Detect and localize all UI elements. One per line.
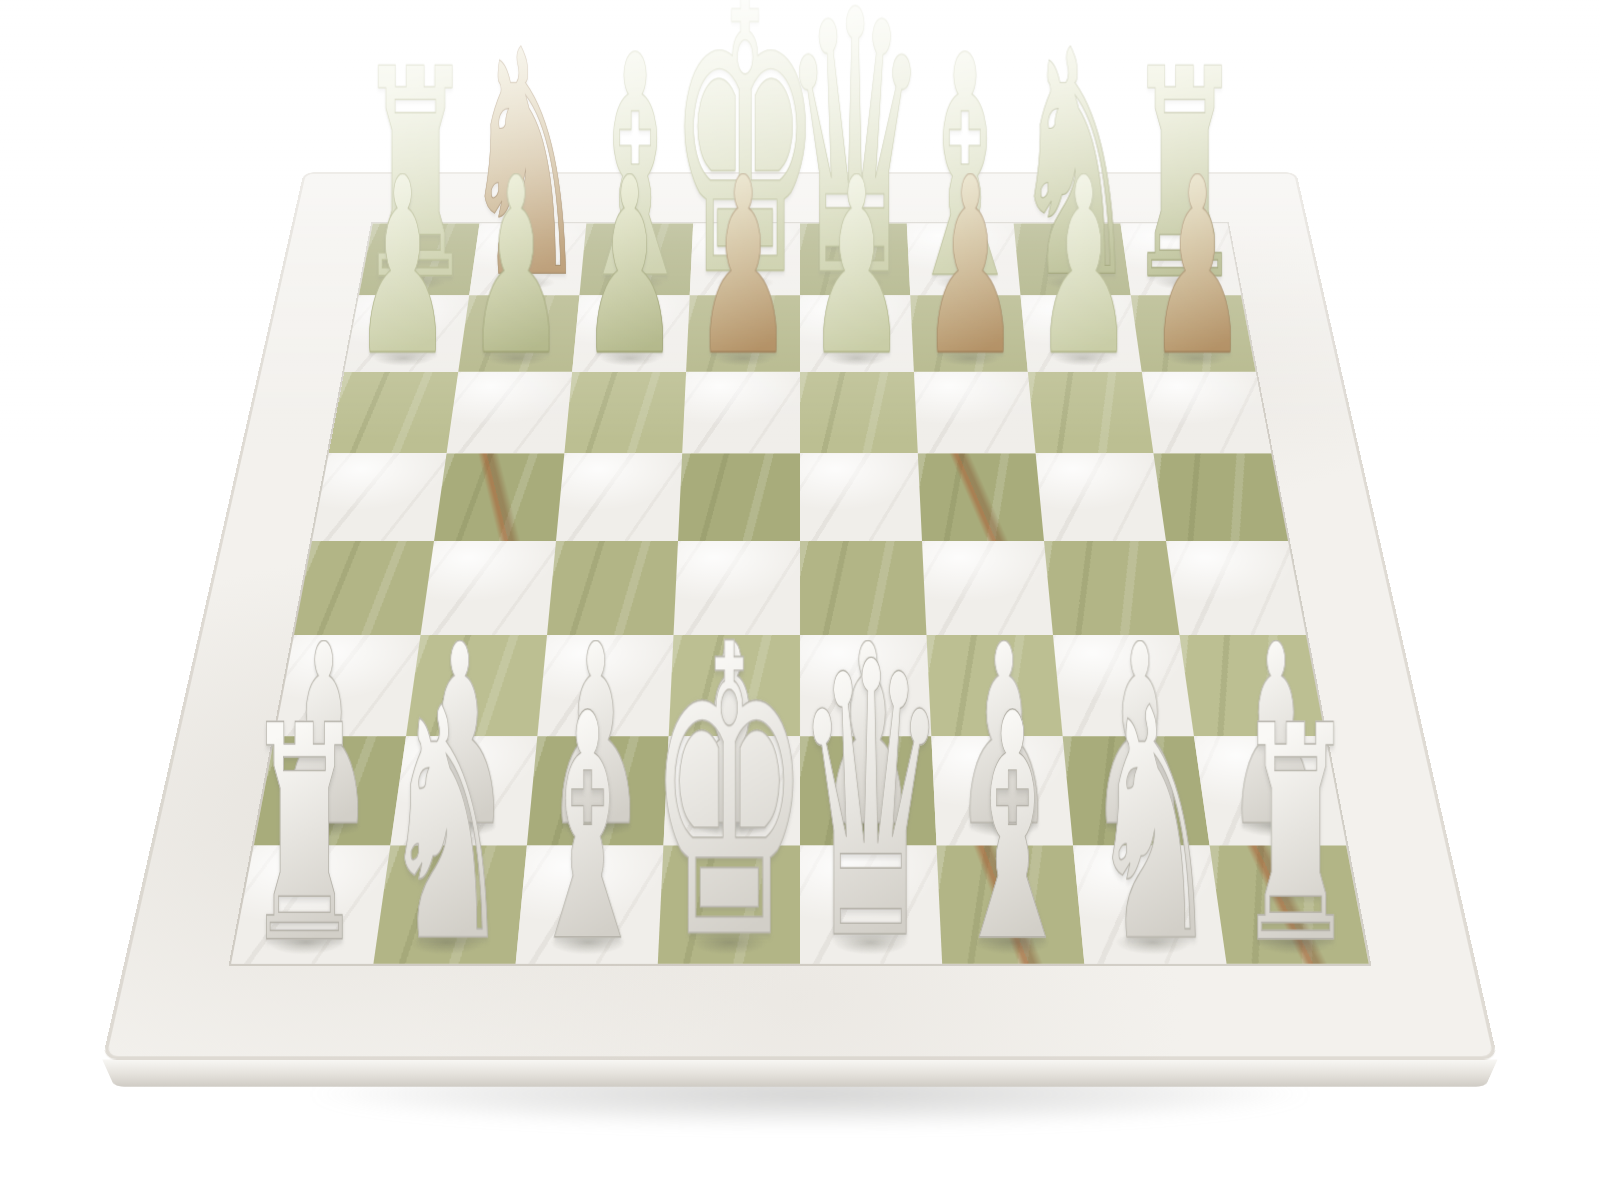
square-h1[interactable]: ♜ (1210, 845, 1369, 963)
square-f7[interactable]: ♟ (910, 295, 1028, 372)
piece-black-pawn-b7[interactable]: ♟ (467, 173, 566, 363)
piece-white-knight-b1[interactable]: ♞ (381, 702, 511, 951)
square-c5[interactable] (556, 453, 682, 541)
square-b6[interactable] (447, 372, 573, 454)
square-g6[interactable] (1028, 372, 1154, 454)
square-b5[interactable] (434, 453, 564, 541)
square-b7[interactable]: ♟ (458, 295, 579, 372)
piece-white-rook-h1[interactable]: ♜ (1235, 720, 1356, 952)
chess-board: ♜♞♝♚♛♝♞♜♟♟♟♟♟♟♟♟♟♟♟♟♟♟♟♟♜♞♝♚♛♝♞♜ (102, 172, 1497, 1059)
square-g7[interactable]: ♟ (1021, 295, 1142, 372)
piece-black-pawn-f7[interactable]: ♟ (921, 173, 1020, 363)
square-e7[interactable]: ♟ (800, 295, 914, 372)
square-e6[interactable] (800, 372, 918, 454)
square-h7[interactable]: ♟ (1131, 295, 1256, 372)
square-h5[interactable] (1153, 453, 1288, 541)
square-a6[interactable] (329, 372, 459, 454)
piece-black-pawn-g7[interactable]: ♟ (1034, 173, 1133, 363)
square-a7[interactable]: ♟ (344, 295, 469, 372)
piece-white-bishop-f1[interactable]: ♝ (949, 708, 1076, 951)
square-f1[interactable]: ♝ (937, 845, 1085, 963)
board-grid: ♜♞♝♚♛♝♞♜♟♟♟♟♟♟♟♟♟♟♟♟♟♟♟♟♜♞♝♚♛♝♞♜ (231, 223, 1368, 963)
piece-white-rook-a1[interactable]: ♜ (244, 720, 365, 952)
square-g5[interactable] (1036, 453, 1166, 541)
piece-black-pawn-a7[interactable]: ♟ (353, 173, 452, 363)
square-a5[interactable] (312, 453, 447, 541)
square-g1[interactable]: ♞ (1073, 845, 1226, 963)
piece-black-pawn-d7[interactable]: ♟ (694, 173, 793, 363)
board-edge (102, 1060, 1497, 1087)
square-d1[interactable]: ♚ (658, 845, 800, 963)
piece-white-knight-g1[interactable]: ♞ (1089, 702, 1219, 951)
square-e5[interactable] (800, 453, 922, 541)
square-b1[interactable]: ♞ (373, 845, 526, 963)
piece-black-pawn-c7[interactable]: ♟ (580, 173, 679, 363)
square-c6[interactable] (564, 372, 686, 454)
square-f6[interactable] (914, 372, 1036, 454)
piece-black-pawn-h7[interactable]: ♟ (1148, 173, 1247, 363)
square-f5[interactable] (918, 453, 1044, 541)
piece-white-queen-e1[interactable]: ♛ (794, 656, 948, 952)
square-d7[interactable]: ♟ (686, 295, 800, 372)
square-h6[interactable] (1142, 372, 1272, 454)
square-d6[interactable] (682, 372, 800, 454)
square-d5[interactable] (678, 453, 800, 541)
scene: ♜♞♝♚♛♝♞♜♟♟♟♟♟♟♟♟♟♟♟♟♟♟♟♟♜♞♝♚♛♝♞♜ (0, 0, 1600, 1200)
piece-black-pawn-e7[interactable]: ♟ (807, 173, 906, 363)
square-c1[interactable]: ♝ (516, 845, 664, 963)
piece-white-king-d1[interactable]: ♚ (648, 639, 811, 952)
square-e1[interactable]: ♛ (800, 845, 942, 963)
square-a1[interactable]: ♜ (231, 845, 390, 963)
square-c7[interactable]: ♟ (572, 295, 690, 372)
board-frame: ♜♞♝♚♛♝♞♜♟♟♟♟♟♟♟♟♟♟♟♟♟♟♟♟♜♞♝♚♛♝♞♜ (102, 172, 1497, 1059)
piece-white-bishop-c1[interactable]: ♝ (524, 708, 651, 951)
